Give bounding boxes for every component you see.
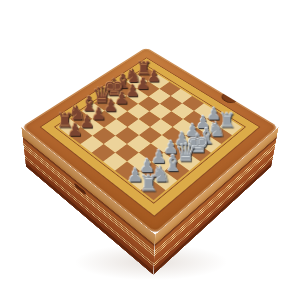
scene: ♜♟♟♜♞♟♟♞♝♟♟♝♚♟♟♚♛♟♟♛♝♟♟♝♞♟♟♞♜♟♟♜ [0, 0, 300, 300]
chess-box: ♜♟♟♜♞♟♟♞♝♟♟♝♚♟♟♚♛♟♟♛♝♟♟♝♞♟♟♞♜♟♟♜ [21, 47, 278, 234]
chess-set-photo: ♜♟♟♜♞♟♟♞♝♟♟♝♚♟♟♚♛♟♟♛♝♟♟♝♞♟♟♞♜♟♟♜ [0, 0, 300, 300]
chess-piece-copper-p: ♟ [67, 122, 84, 139]
chess-piece-silver-r: ♜ [139, 172, 157, 194]
drawer-slot [74, 183, 86, 196]
